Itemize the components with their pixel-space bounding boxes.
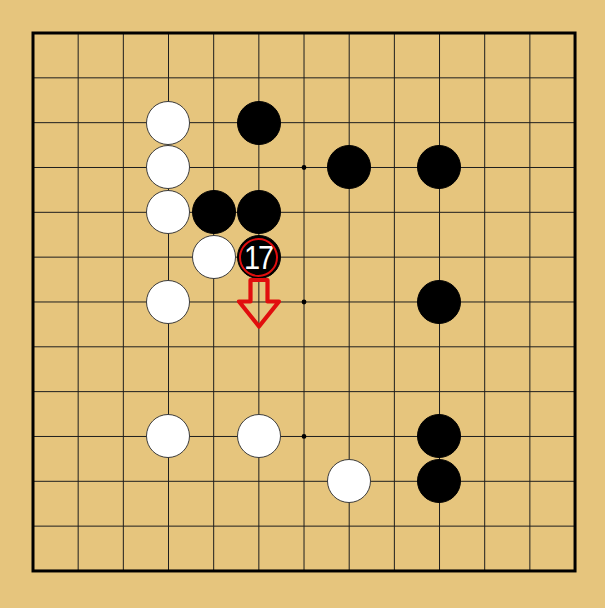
- white-stone: [146, 101, 190, 145]
- black-stone: [237, 101, 281, 145]
- stones-layer: 17: [10, 11, 597, 594]
- black-stone-move-17: 17: [237, 235, 281, 279]
- white-stone: [327, 459, 371, 503]
- black-stone: [417, 280, 461, 324]
- white-stone: [146, 280, 190, 324]
- white-stone: [237, 414, 281, 458]
- move-number-label: 17: [244, 241, 274, 274]
- white-stone: [146, 190, 190, 234]
- black-stone: [327, 145, 371, 189]
- white-stone: [192, 235, 236, 279]
- black-stone: [417, 414, 461, 458]
- white-stone: [146, 414, 190, 458]
- white-stone: [146, 145, 190, 189]
- down-arrow-icon: [239, 280, 279, 327]
- black-stone: [417, 459, 461, 503]
- black-stone: [417, 145, 461, 189]
- black-stone: [192, 190, 236, 234]
- black-stone: [237, 190, 281, 234]
- move-direction-arrow: [234, 278, 284, 330]
- go-board-diagram: 17: [0, 0, 605, 608]
